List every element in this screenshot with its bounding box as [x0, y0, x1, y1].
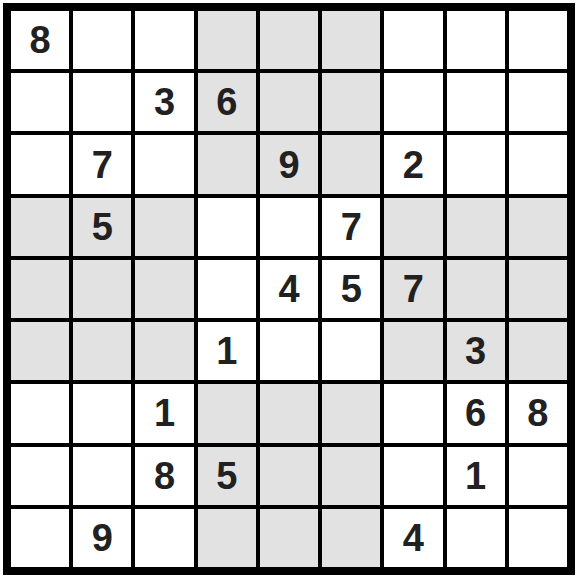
- given-digit: 8: [30, 21, 51, 59]
- cell-r1c3[interactable]: [135, 11, 193, 69]
- cell-r2c2[interactable]: [73, 73, 131, 131]
- cell-r8c3[interactable]: 8: [135, 447, 193, 505]
- cell-r3c2[interactable]: 7: [73, 135, 131, 193]
- cell-r7c5[interactable]: [260, 384, 318, 442]
- cell-r6c9[interactable]: [509, 322, 567, 380]
- cell-r7c3[interactable]: 1: [135, 384, 193, 442]
- cell-r8c2[interactable]: [73, 447, 131, 505]
- given-digit: 5: [216, 457, 237, 495]
- cell-r3c7[interactable]: 2: [384, 135, 442, 193]
- cell-r1c7[interactable]: [384, 11, 442, 69]
- cell-r6c6[interactable]: [322, 322, 380, 380]
- given-digit: 8: [527, 394, 548, 432]
- cell-r7c7[interactable]: [384, 384, 442, 442]
- cell-r8c9[interactable]: [509, 447, 567, 505]
- cell-r8c6[interactable]: [322, 447, 380, 505]
- cell-r6c7[interactable]: [384, 322, 442, 380]
- cell-r8c1[interactable]: [11, 447, 69, 505]
- cell-r4c5[interactable]: [260, 198, 318, 256]
- cell-r3c1[interactable]: [11, 135, 69, 193]
- cell-r5c8[interactable]: [447, 260, 505, 318]
- cell-r7c9[interactable]: 8: [509, 384, 567, 442]
- given-digit: 5: [341, 270, 362, 308]
- given-digit: 7: [403, 270, 424, 308]
- cell-r4c4[interactable]: [198, 198, 256, 256]
- cell-r8c7[interactable]: [384, 447, 442, 505]
- given-digit: 1: [465, 457, 486, 495]
- given-digit: 9: [278, 146, 299, 184]
- cell-r5c5[interactable]: 4: [260, 260, 318, 318]
- cell-r5c3[interactable]: [135, 260, 193, 318]
- cell-r2c5[interactable]: [260, 73, 318, 131]
- cell-r4c2[interactable]: 5: [73, 198, 131, 256]
- cell-r3c6[interactable]: [322, 135, 380, 193]
- given-digit: 9: [92, 519, 113, 557]
- cell-r7c6[interactable]: [322, 384, 380, 442]
- given-digit: 4: [403, 519, 424, 557]
- cell-r6c8[interactable]: 3: [447, 322, 505, 380]
- cell-r6c3[interactable]: [135, 322, 193, 380]
- cell-r4c1[interactable]: [11, 198, 69, 256]
- cell-r9c8[interactable]: [447, 509, 505, 567]
- cell-r5c6[interactable]: 5: [322, 260, 380, 318]
- cell-r1c4[interactable]: [198, 11, 256, 69]
- cell-r9c3[interactable]: [135, 509, 193, 567]
- given-digit: 3: [465, 332, 486, 370]
- cell-r4c9[interactable]: [509, 198, 567, 256]
- given-digit: 5: [92, 208, 113, 246]
- cell-r8c8[interactable]: 1: [447, 447, 505, 505]
- cell-r3c3[interactable]: [135, 135, 193, 193]
- cell-r3c8[interactable]: [447, 135, 505, 193]
- cell-r2c8[interactable]: [447, 73, 505, 131]
- cell-r2c9[interactable]: [509, 73, 567, 131]
- cell-r2c7[interactable]: [384, 73, 442, 131]
- given-digit: 1: [154, 394, 175, 432]
- cell-r3c5[interactable]: 9: [260, 135, 318, 193]
- given-digit: 7: [92, 146, 113, 184]
- cell-r7c4[interactable]: [198, 384, 256, 442]
- cell-r9c6[interactable]: [322, 509, 380, 567]
- given-digit: 1: [216, 332, 237, 370]
- given-digit: 8: [154, 457, 175, 495]
- sudoku-board: 836792574571316885194: [3, 3, 575, 575]
- cell-r9c9[interactable]: [509, 509, 567, 567]
- cell-r4c7[interactable]: [384, 198, 442, 256]
- cell-r3c9[interactable]: [509, 135, 567, 193]
- cell-r1c1[interactable]: 8: [11, 11, 69, 69]
- cell-r1c6[interactable]: [322, 11, 380, 69]
- cell-r4c8[interactable]: [447, 198, 505, 256]
- cell-r9c4[interactable]: [198, 509, 256, 567]
- cell-r2c6[interactable]: [322, 73, 380, 131]
- cell-r2c3[interactable]: 3: [135, 73, 193, 131]
- cell-r5c9[interactable]: [509, 260, 567, 318]
- given-digit: 6: [216, 83, 237, 121]
- cell-r6c2[interactable]: [73, 322, 131, 380]
- cell-r3c4[interactable]: [198, 135, 256, 193]
- cell-r8c5[interactable]: [260, 447, 318, 505]
- cell-r7c8[interactable]: 6: [447, 384, 505, 442]
- given-digit: 4: [278, 270, 299, 308]
- cell-r1c2[interactable]: [73, 11, 131, 69]
- given-digit: 6: [465, 394, 486, 432]
- cell-r5c7[interactable]: 7: [384, 260, 442, 318]
- cell-r6c4[interactable]: 1: [198, 322, 256, 380]
- cell-r9c1[interactable]: [11, 509, 69, 567]
- cell-r1c8[interactable]: [447, 11, 505, 69]
- cell-r9c5[interactable]: [260, 509, 318, 567]
- cell-r4c3[interactable]: [135, 198, 193, 256]
- cell-r2c1[interactable]: [11, 73, 69, 131]
- cell-r4c6[interactable]: 7: [322, 198, 380, 256]
- cell-r9c7[interactable]: 4: [384, 509, 442, 567]
- cell-r5c2[interactable]: [73, 260, 131, 318]
- cell-r9c2[interactable]: 9: [73, 509, 131, 567]
- cell-r6c1[interactable]: [11, 322, 69, 380]
- page: 836792574571316885194: [0, 0, 578, 578]
- cell-r1c5[interactable]: [260, 11, 318, 69]
- given-digit: 7: [341, 208, 362, 246]
- cell-r1c9[interactable]: [509, 11, 567, 69]
- cell-r2c4[interactable]: 6: [198, 73, 256, 131]
- given-digit: 2: [403, 146, 424, 184]
- cell-r5c1[interactable]: [11, 260, 69, 318]
- cell-r7c2[interactable]: [73, 384, 131, 442]
- cell-r6c5[interactable]: [260, 322, 318, 380]
- given-digit: 3: [154, 83, 175, 121]
- cell-r5c4[interactable]: [198, 260, 256, 318]
- cell-r7c1[interactable]: [11, 384, 69, 442]
- cell-r8c4[interactable]: 5: [198, 447, 256, 505]
